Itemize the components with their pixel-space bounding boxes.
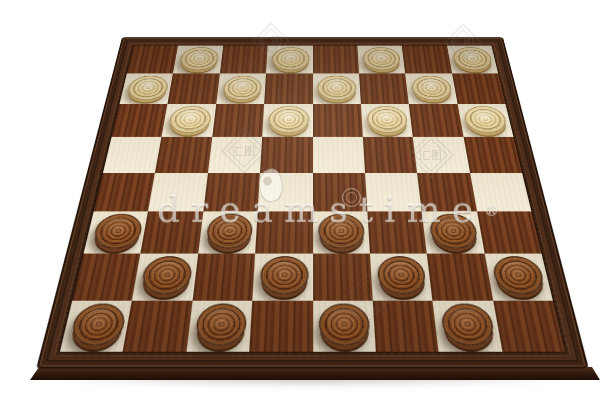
gold-checker [168,106,212,133]
gold-checker [222,75,263,100]
square-r2-c8 [452,74,506,104]
bronze-checker [140,256,194,294]
square-r7-c3 [192,254,255,301]
square-r6-c6 [367,211,427,253]
square-r5-c6 [365,173,422,212]
square-r3-c6 [361,104,413,137]
bronze-checker [319,303,371,345]
square-r5-c1 [94,173,156,212]
square-r3-c1 [112,104,168,137]
square-r8-c7 [433,300,502,351]
square-r7-c2 [132,254,198,301]
square-r1-c8 [447,46,499,74]
gold-checker [179,47,220,70]
square-r3-c3 [212,104,264,137]
bronze-checker [68,303,127,345]
bronze-checker [194,303,248,345]
gold-checker [411,75,453,100]
square-r6-c4 [255,211,312,253]
square-r6-c8 [477,211,542,253]
gold-checker [362,47,401,70]
square-r3-c7 [409,104,463,137]
gold-checker [318,75,357,100]
square-r5-c8 [470,173,532,212]
square-r6-c5 [313,211,370,253]
square-r2-c1 [119,74,173,104]
square-r3-c2 [162,104,216,137]
gold-checker [271,47,309,70]
square-r7-c1 [72,254,140,301]
square-r2-c6 [359,74,409,104]
square-r1-c5 [313,46,359,74]
square-r1-c3 [220,46,268,74]
square-r4-c6 [363,137,418,173]
square-r6-c1 [83,211,148,253]
square-r5-c4 [258,173,313,212]
board-front-edge [30,367,600,380]
square-r8-c1 [60,300,132,351]
square-r8-c3 [186,300,252,351]
square-r8-c4 [249,300,312,351]
square-r7-c4 [252,254,312,301]
square-r8-c8 [493,300,565,351]
bronze-checker [428,214,479,249]
square-r5-c5 [313,173,368,212]
square-r8-c2 [123,300,192,351]
square-r2-c4 [264,74,312,104]
square-r4-c3 [208,137,263,173]
checkers-board [36,37,589,368]
gold-checker [452,47,494,70]
square-r2-c5 [313,74,361,104]
square-r6-c2 [141,211,203,253]
square-r7-c6 [370,254,433,301]
board-grid [60,46,565,352]
square-r1-c1 [127,46,179,74]
square-r4-c7 [413,137,470,173]
square-r4-c1 [103,137,162,173]
square-r2-c3 [216,74,266,104]
square-r4-c2 [155,137,212,173]
square-r8-c6 [373,300,439,351]
gold-checker [126,75,170,100]
square-r5-c7 [417,173,476,212]
square-r8-c5 [313,300,376,351]
square-r7-c5 [313,254,373,301]
square-r1-c7 [402,46,452,74]
square-r4-c5 [313,137,365,173]
bronze-checker [319,214,366,249]
square-r2-c2 [168,74,220,104]
bronze-checker [491,256,547,294]
square-r1-c6 [357,46,405,74]
square-r5-c3 [203,173,260,212]
bronze-checker [376,256,427,294]
square-r5-c2 [148,173,207,212]
bronze-checker [259,256,308,294]
square-r1-c4 [266,46,312,74]
stock-photo-canvas: dreamstime® 汇图汇图汇图汇图汇图 [0,0,610,405]
gold-checker [268,106,309,133]
bronze-checker [440,303,497,345]
square-r6-c3 [198,211,258,253]
bronze-checker [91,214,144,249]
square-r1-c2 [173,46,223,74]
gold-checker [463,106,509,133]
square-r4-c4 [260,137,312,173]
square-r2-c7 [405,74,457,104]
bronze-checker [205,214,254,249]
square-r3-c5 [313,104,363,137]
square-r3-c4 [262,104,312,137]
square-r3-c8 [457,104,513,137]
square-r4-c8 [463,137,522,173]
square-r6-c7 [422,211,484,253]
gold-checker [366,106,409,133]
square-r7-c8 [484,254,552,301]
square-r7-c7 [427,254,493,301]
